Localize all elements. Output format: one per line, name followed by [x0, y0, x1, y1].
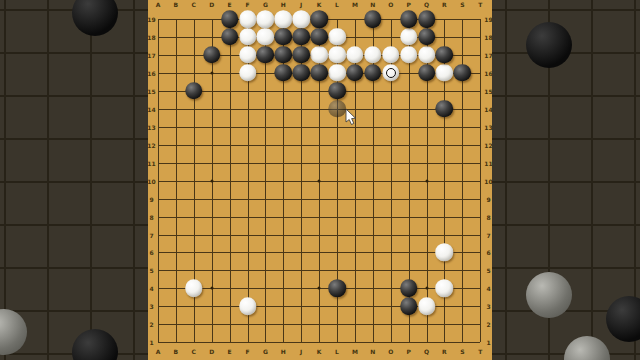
coord-label-left: 6 — [146, 249, 158, 256]
coord-label-top: J — [295, 1, 307, 8]
coord-label-bottom: G — [259, 348, 271, 355]
stone-black-Q16 — [418, 64, 436, 82]
grid-line — [158, 324, 480, 325]
stone-white-J19 — [292, 10, 310, 28]
coord-label-bottom: F — [242, 348, 254, 355]
background-stone — [606, 296, 640, 342]
star-point — [210, 179, 213, 182]
grid-line — [158, 270, 480, 271]
background-stone — [0, 309, 27, 355]
coord-label-left: 14 — [146, 105, 158, 112]
stone-white-F17 — [239, 46, 257, 64]
grid-line — [158, 342, 480, 343]
stone-black-K16 — [310, 64, 328, 82]
coord-label-bottom: Q — [421, 348, 433, 355]
stone-white-F18 — [239, 28, 257, 46]
grid-line — [158, 235, 480, 236]
stone-white-H19 — [275, 10, 293, 28]
stone-white-K17 — [310, 46, 328, 64]
stone-white-F3 — [239, 298, 257, 316]
coord-label-left: 18 — [146, 33, 158, 40]
app-window: AABBCCDDEEFFGGHHJJKKLLMMNNOOPPQQRRSSTT19… — [0, 0, 640, 360]
stone-white-Q3 — [418, 298, 436, 316]
mouse-cursor — [345, 108, 357, 130]
background-stone — [72, 0, 118, 36]
stone-white-Q17 — [418, 46, 436, 64]
stone-black-E19 — [221, 10, 239, 28]
coord-label-left: 3 — [146, 303, 158, 310]
coord-label-bottom: M — [349, 348, 361, 355]
coord-label-left: 8 — [146, 213, 158, 220]
coord-label-bottom: B — [170, 348, 182, 355]
coord-label-bottom: D — [206, 348, 218, 355]
background-stone — [526, 272, 572, 318]
coord-label-bottom: S — [456, 348, 468, 355]
coord-label-top: F — [242, 1, 254, 8]
coord-label-left: 12 — [146, 141, 158, 148]
coord-label-top: O — [385, 1, 397, 8]
coord-label-left: 15 — [146, 87, 158, 94]
star-point — [318, 179, 321, 182]
coord-label-left: 16 — [146, 69, 158, 76]
stone-white-P17 — [400, 46, 418, 64]
star-point — [210, 71, 213, 74]
coord-label-top: H — [277, 1, 289, 8]
stone-black-E18 — [221, 28, 239, 46]
stone-black-S16 — [454, 64, 472, 82]
stone-white-G19 — [257, 10, 275, 28]
grid-line — [480, 19, 481, 342]
coord-label-left: 11 — [146, 159, 158, 166]
background-board-left — [0, 0, 148, 360]
stone-black-R14 — [436, 100, 454, 118]
star-point — [425, 287, 428, 290]
coord-label-top: N — [367, 1, 379, 8]
coord-label-top: T — [474, 1, 486, 8]
stone-white-M17 — [346, 46, 364, 64]
stone-black-H18 — [275, 28, 293, 46]
coord-label-left: 17 — [146, 51, 158, 58]
stone-black-J17 — [292, 46, 310, 64]
coord-label-top: Q — [421, 1, 433, 8]
background-stone — [526, 22, 572, 68]
stone-black-R17 — [436, 46, 454, 64]
coord-label-left: 13 — [146, 123, 158, 130]
coord-label-bottom: E — [224, 348, 236, 355]
stone-black-L4 — [328, 280, 346, 298]
coord-label-bottom: P — [403, 348, 415, 355]
stone-white-F16 — [239, 64, 257, 82]
stone-white-L16 — [328, 64, 346, 82]
stone-white-R6 — [436, 244, 454, 262]
star-point — [425, 179, 428, 182]
stone-black-Q18 — [418, 28, 436, 46]
stone-white-O17 — [382, 46, 400, 64]
coord-label-top: C — [188, 1, 200, 8]
stone-black-H17 — [275, 46, 293, 64]
grid-line — [158, 199, 480, 200]
stone-black-Q19 — [418, 10, 436, 28]
coord-label-top: A — [152, 1, 164, 8]
grid-line — [158, 252, 480, 253]
coord-label-left: 5 — [146, 267, 158, 274]
coord-label-top: R — [438, 1, 450, 8]
coord-label-bottom: C — [188, 348, 200, 355]
background-stone — [564, 336, 610, 360]
coord-label-top: G — [259, 1, 271, 8]
coord-label-bottom: O — [385, 348, 397, 355]
grid-line — [158, 217, 480, 218]
ghost-stone-preview[interactable] — [328, 100, 346, 118]
star-point — [210, 287, 213, 290]
coord-label-left: 9 — [146, 195, 158, 202]
stone-black-M16 — [346, 64, 364, 82]
coord-label-bottom: K — [313, 348, 325, 355]
coord-label-left: 2 — [146, 321, 158, 328]
stone-black-P3 — [400, 298, 418, 316]
stone-black-P4 — [400, 280, 418, 298]
last-move-marker — [386, 68, 396, 78]
coord-label-bottom: N — [367, 348, 379, 355]
coord-label-top: E — [224, 1, 236, 8]
coord-label-top: P — [403, 1, 415, 8]
coord-label-left: 7 — [146, 231, 158, 238]
stone-white-G18 — [257, 28, 275, 46]
stone-black-G17 — [257, 46, 275, 64]
coord-label-top: D — [206, 1, 218, 8]
coord-label-top: B — [170, 1, 182, 8]
coord-label-bottom: A — [152, 348, 164, 355]
star-point — [318, 287, 321, 290]
coord-label-bottom: L — [331, 348, 343, 355]
stone-white-L17 — [328, 46, 346, 64]
goban[interactable]: AABBCCDDEEFFGGHHJJKKLLMMNNOOPPQQRRSSTT19… — [148, 0, 492, 360]
coord-label-top: S — [456, 1, 468, 8]
coord-label-bottom: H — [277, 348, 289, 355]
stone-black-L15 — [328, 82, 346, 100]
background-board-right — [492, 0, 640, 360]
stone-black-N16 — [364, 64, 382, 82]
stone-black-P19 — [400, 10, 418, 28]
coord-label-left: 10 — [146, 177, 158, 184]
stone-white-C4 — [185, 280, 203, 298]
stone-white-R16 — [436, 64, 454, 82]
stone-black-N19 — [364, 10, 382, 28]
stone-white-P18 — [400, 28, 418, 46]
coord-label-left: 1 — [146, 339, 158, 346]
stone-white-R4 — [436, 280, 454, 298]
coord-label-top: K — [313, 1, 325, 8]
coord-label-bottom: R — [438, 348, 450, 355]
coord-label-bottom: J — [295, 348, 307, 355]
stone-black-D17 — [203, 46, 221, 64]
coord-label-bottom: T — [474, 348, 486, 355]
coord-label-top: L — [331, 1, 343, 8]
coord-label-left: 19 — [146, 16, 158, 23]
stone-black-K19 — [310, 10, 328, 28]
stone-white-F19 — [239, 10, 257, 28]
stone-black-K18 — [310, 28, 328, 46]
stone-black-C15 — [185, 82, 203, 100]
coord-label-left: 4 — [146, 285, 158, 292]
background-stone — [72, 329, 118, 360]
stone-white-N17 — [364, 46, 382, 64]
stone-black-J18 — [292, 28, 310, 46]
stone-black-H16 — [275, 64, 293, 82]
stone-black-J16 — [292, 64, 310, 82]
coord-label-top: M — [349, 1, 361, 8]
stone-white-L18 — [328, 28, 346, 46]
